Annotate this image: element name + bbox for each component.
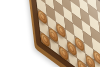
product-photo	[0, 0, 100, 67]
checkers-board[interactable]	[24, 0, 100, 67]
board-surface	[30, 0, 100, 67]
